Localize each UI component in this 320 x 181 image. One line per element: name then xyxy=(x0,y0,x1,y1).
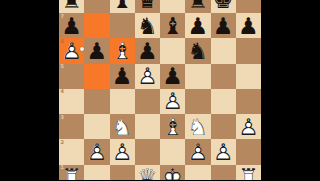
piece-black-pawn[interactable]: ♟ xyxy=(185,13,210,38)
rank-label-4: 4 xyxy=(61,89,64,94)
square-b8[interactable] xyxy=(84,0,109,13)
piece-black-pawn[interactable]: ♟ xyxy=(110,64,135,89)
square-g1[interactable] xyxy=(211,165,236,181)
square-d7[interactable]: ♞ xyxy=(135,13,160,38)
piece-white-king[interactable]: ♚♔ xyxy=(160,165,185,181)
piece-black-rook[interactable]: ♜ xyxy=(59,0,84,13)
square-a4[interactable]: 4 xyxy=(59,89,84,114)
square-e6[interactable] xyxy=(160,38,185,63)
square-g5[interactable] xyxy=(211,64,236,89)
square-f1[interactable] xyxy=(185,165,210,181)
piece-white-bishop[interactable]: ♝♗ xyxy=(160,114,185,139)
square-e1[interactable]: ♚♔ xyxy=(160,165,185,181)
square-c4[interactable] xyxy=(110,89,135,114)
square-c7[interactable] xyxy=(110,13,135,38)
square-c6[interactable]: ♝♗ xyxy=(110,38,135,63)
square-e3[interactable]: ♝♗ xyxy=(160,114,185,139)
square-d8[interactable]: ♛ xyxy=(135,0,160,13)
square-f2[interactable]: ♟♙ xyxy=(185,139,210,164)
chessboard[interactable]: 8♜♝♛♜♚7♟♞♝♟♟♟6♟♙♟♝♗♟♞5♟♟♙♟4♟♙3♞♘♝♗♞♘♟♙2♟… xyxy=(59,0,261,180)
square-g4[interactable] xyxy=(211,89,236,114)
piece-black-pawn[interactable]: ♟ xyxy=(84,38,109,63)
square-c3[interactable]: ♞♘ xyxy=(110,114,135,139)
rank-label-3: 3 xyxy=(61,115,64,120)
square-c5[interactable]: ♟ xyxy=(110,64,135,89)
square-g2[interactable]: ♟♙ xyxy=(211,139,236,164)
square-d5[interactable]: ♟♙ xyxy=(135,64,160,89)
square-f5[interactable] xyxy=(185,64,210,89)
square-a1[interactable]: 1♜♖ xyxy=(59,165,84,181)
letterbox-left xyxy=(0,0,59,180)
square-a5[interactable]: 5 xyxy=(59,64,84,89)
square-d3[interactable] xyxy=(135,114,160,139)
square-f8[interactable]: ♜ xyxy=(185,0,210,13)
piece-white-pawn[interactable]: ♟♙ xyxy=(160,89,185,114)
square-c1[interactable] xyxy=(110,165,135,181)
piece-black-knight[interactable]: ♞ xyxy=(135,13,160,38)
square-a3[interactable]: 3 xyxy=(59,114,84,139)
piece-black-bishop[interactable]: ♝ xyxy=(110,0,135,13)
piece-black-king[interactable]: ♚ xyxy=(211,0,236,13)
square-f4[interactable] xyxy=(185,89,210,114)
square-d1[interactable]: ♛♕ xyxy=(135,165,160,181)
square-c8[interactable]: ♝ xyxy=(110,0,135,13)
piece-white-pawn[interactable]: ♟♙ xyxy=(211,139,236,164)
square-h3[interactable]: ♟♙ xyxy=(236,114,261,139)
square-g6[interactable] xyxy=(211,38,236,63)
square-h5[interactable] xyxy=(236,64,261,89)
square-h2[interactable] xyxy=(236,139,261,164)
piece-black-rook[interactable]: ♜ xyxy=(185,0,210,13)
square-g8[interactable]: ♚ xyxy=(211,0,236,13)
rank-label-6: 6 xyxy=(61,39,64,44)
square-e2[interactable] xyxy=(160,139,185,164)
square-f6[interactable]: ♞ xyxy=(185,38,210,63)
square-c2[interactable]: ♟♙ xyxy=(110,139,135,164)
square-h8[interactable] xyxy=(236,0,261,13)
square-a7[interactable]: 7♟ xyxy=(59,13,84,38)
piece-black-pawn[interactable]: ♟ xyxy=(160,64,185,89)
piece-white-knight[interactable]: ♞♘ xyxy=(110,114,135,139)
rank-label-1: 1 xyxy=(61,165,64,170)
square-h7[interactable]: ♟ xyxy=(236,13,261,38)
square-b1[interactable] xyxy=(84,165,109,181)
piece-white-pawn[interactable]: ♟♙ xyxy=(236,114,261,139)
square-g3[interactable] xyxy=(211,114,236,139)
square-e7[interactable]: ♝ xyxy=(160,13,185,38)
square-g7[interactable]: ♟ xyxy=(211,13,236,38)
piece-black-knight[interactable]: ♞ xyxy=(185,38,210,63)
piece-white-bishop[interactable]: ♝♗ xyxy=(110,38,135,63)
piece-black-pawn[interactable]: ♟ xyxy=(236,13,261,38)
square-h4[interactable] xyxy=(236,89,261,114)
piece-white-pawn[interactable]: ♟♙ xyxy=(84,139,109,164)
piece-white-pawn[interactable]: ♟♙ xyxy=(135,64,160,89)
piece-black-queen[interactable]: ♛ xyxy=(135,0,160,13)
square-b5[interactable] xyxy=(84,64,109,89)
square-a8[interactable]: 8♜ xyxy=(59,0,84,13)
piece-black-bishop[interactable]: ♝ xyxy=(160,13,185,38)
square-d2[interactable] xyxy=(135,139,160,164)
square-e5[interactable]: ♟ xyxy=(160,64,185,89)
video-frame: 8♜♝♛♜♚7♟♞♝♟♟♟6♟♙♟♝♗♟♞5♟♟♙♟4♟♙3♞♘♝♗♞♘♟♙2♟… xyxy=(0,0,320,180)
piece-white-queen[interactable]: ♛♕ xyxy=(135,165,160,181)
square-b7[interactable] xyxy=(84,13,109,38)
square-f7[interactable]: ♟ xyxy=(185,13,210,38)
square-e8[interactable] xyxy=(160,0,185,13)
piece-black-pawn[interactable]: ♟ xyxy=(211,13,236,38)
square-b4[interactable] xyxy=(84,89,109,114)
square-f3[interactable]: ♞♘ xyxy=(185,114,210,139)
square-b6[interactable]: ♟ xyxy=(84,38,109,63)
square-h6[interactable] xyxy=(236,38,261,63)
rank-label-7: 7 xyxy=(61,14,64,19)
square-b2[interactable]: ♟♙ xyxy=(84,139,109,164)
rank-label-2: 2 xyxy=(61,140,64,145)
mouse-cursor-dot xyxy=(80,47,84,51)
square-d6[interactable]: ♟ xyxy=(135,38,160,63)
piece-white-pawn[interactable]: ♟♙ xyxy=(110,139,135,164)
square-a2[interactable]: 2 xyxy=(59,139,84,164)
piece-white-knight[interactable]: ♞♘ xyxy=(185,114,210,139)
square-b3[interactable] xyxy=(84,114,109,139)
square-d4[interactable] xyxy=(135,89,160,114)
rank-label-5: 5 xyxy=(61,64,64,69)
piece-black-pawn[interactable]: ♟ xyxy=(135,38,160,63)
piece-white-rook[interactable]: ♜♖ xyxy=(236,165,261,181)
square-h1[interactable]: ♜♖ xyxy=(236,165,261,181)
piece-white-pawn[interactable]: ♟♙ xyxy=(185,139,210,164)
square-e4[interactable]: ♟♙ xyxy=(160,89,185,114)
letterbox-right xyxy=(261,0,320,180)
